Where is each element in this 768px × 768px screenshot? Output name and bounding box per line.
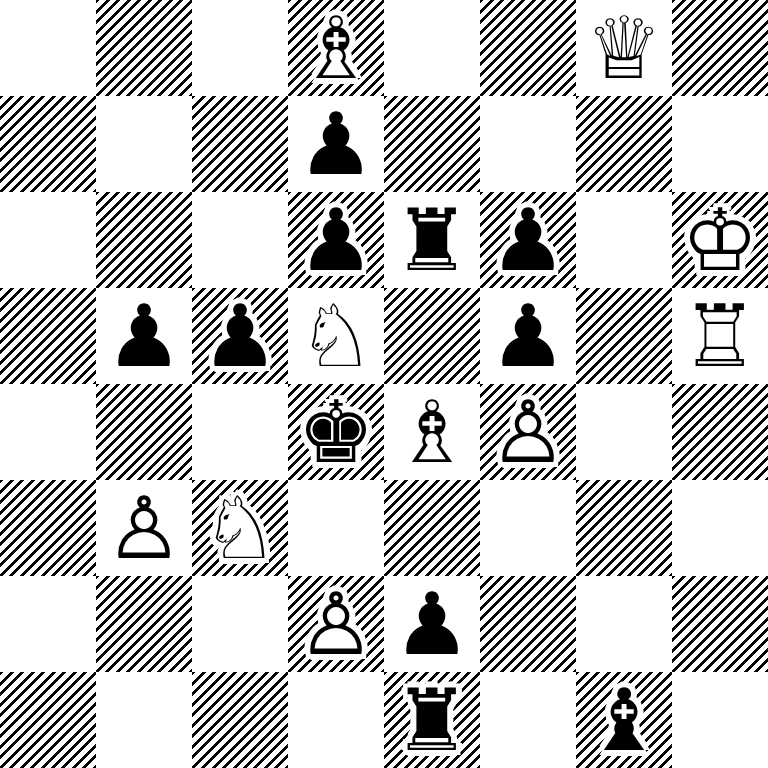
square-b6[interactable] (96, 192, 192, 288)
black-pawn[interactable]: ♟♟ (96, 288, 192, 384)
white-pawn[interactable]: ♟♙ (288, 576, 384, 672)
chess-board: ♝♗♛♕♟♟♟♟♜♜♟♟♚♔♟♟♟♟♞♘♟♟♜♖♚♚♝♗♟♙♟♙♞♘♟♙♟♟♜♜… (0, 0, 768, 768)
white-pawn[interactable]: ♟♙ (480, 384, 576, 480)
square-g7[interactable] (576, 96, 672, 192)
square-e2[interactable]: ♟♟ (384, 576, 480, 672)
square-d2[interactable]: ♟♙ (288, 576, 384, 672)
piece-face-glyph: ♜ (384, 192, 480, 288)
black-pawn[interactable]: ♟♟ (192, 288, 288, 384)
square-a8[interactable] (0, 0, 96, 96)
piece-face-glyph: ♗ (288, 0, 384, 96)
square-c2[interactable] (192, 576, 288, 672)
black-rook[interactable]: ♜♜ (384, 672, 480, 768)
square-d6[interactable]: ♟♟ (288, 192, 384, 288)
square-b2[interactable] (96, 576, 192, 672)
piece-face-glyph: ♗ (384, 384, 480, 480)
black-bishop[interactable]: ♝♝ (576, 672, 672, 768)
square-a7[interactable] (0, 96, 96, 192)
square-c4[interactable] (192, 384, 288, 480)
white-king[interactable]: ♚♔ (672, 192, 768, 288)
square-e1[interactable]: ♜♜ (384, 672, 480, 768)
square-a4[interactable] (0, 384, 96, 480)
black-pawn[interactable]: ♟♟ (288, 192, 384, 288)
square-g1[interactable]: ♝♝ (576, 672, 672, 768)
square-c7[interactable] (192, 96, 288, 192)
square-b8[interactable] (96, 0, 192, 96)
square-e6[interactable]: ♜♜ (384, 192, 480, 288)
square-h5[interactable]: ♜♖ (672, 288, 768, 384)
white-knight[interactable]: ♞♘ (288, 288, 384, 384)
square-e5[interactable] (384, 288, 480, 384)
square-d4[interactable]: ♚♚ (288, 384, 384, 480)
square-h8[interactable] (672, 0, 768, 96)
square-b3[interactable]: ♟♙ (96, 480, 192, 576)
piece-face-glyph: ♟ (480, 192, 576, 288)
black-king[interactable]: ♚♚ (288, 384, 384, 480)
piece-face-glyph: ♟ (384, 576, 480, 672)
square-f2[interactable] (480, 576, 576, 672)
piece-face-glyph: ♟ (288, 192, 384, 288)
square-g3[interactable] (576, 480, 672, 576)
piece-face-glyph: ♖ (672, 288, 768, 384)
piece-face-glyph: ♘ (288, 288, 384, 384)
square-f8[interactable] (480, 0, 576, 96)
square-c1[interactable] (192, 672, 288, 768)
piece-face-glyph: ♟ (192, 288, 288, 384)
square-a5[interactable] (0, 288, 96, 384)
square-h3[interactable] (672, 480, 768, 576)
piece-face-glyph: ♙ (480, 384, 576, 480)
square-a2[interactable] (0, 576, 96, 672)
square-e4[interactable]: ♝♗ (384, 384, 480, 480)
piece-face-glyph: ♘ (192, 480, 288, 576)
square-b7[interactable] (96, 96, 192, 192)
piece-face-glyph: ♜ (384, 672, 480, 768)
square-c5[interactable]: ♟♟ (192, 288, 288, 384)
square-h2[interactable] (672, 576, 768, 672)
square-h1[interactable] (672, 672, 768, 768)
square-h6[interactable]: ♚♔ (672, 192, 768, 288)
square-c6[interactable] (192, 192, 288, 288)
square-f4[interactable]: ♟♙ (480, 384, 576, 480)
black-pawn[interactable]: ♟♟ (384, 576, 480, 672)
black-pawn[interactable]: ♟♟ (288, 96, 384, 192)
square-g8[interactable]: ♛♕ (576, 0, 672, 96)
piece-face-glyph: ♔ (672, 192, 768, 288)
square-f1[interactable] (480, 672, 576, 768)
black-pawn[interactable]: ♟♟ (480, 288, 576, 384)
square-g4[interactable] (576, 384, 672, 480)
square-d5[interactable]: ♞♘ (288, 288, 384, 384)
square-d3[interactable] (288, 480, 384, 576)
black-pawn[interactable]: ♟♟ (480, 192, 576, 288)
square-b1[interactable] (96, 672, 192, 768)
square-f5[interactable]: ♟♟ (480, 288, 576, 384)
square-g6[interactable] (576, 192, 672, 288)
square-f6[interactable]: ♟♟ (480, 192, 576, 288)
white-bishop[interactable]: ♝♗ (288, 0, 384, 96)
square-d1[interactable] (288, 672, 384, 768)
square-d8[interactable]: ♝♗ (288, 0, 384, 96)
square-b4[interactable] (96, 384, 192, 480)
square-c3[interactable]: ♞♘ (192, 480, 288, 576)
piece-face-glyph: ♟ (288, 96, 384, 192)
piece-face-glyph: ♙ (288, 576, 384, 672)
white-knight[interactable]: ♞♘ (192, 480, 288, 576)
square-e3[interactable] (384, 480, 480, 576)
piece-face-glyph: ♚ (288, 384, 384, 480)
square-a6[interactable] (0, 192, 96, 288)
piece-face-glyph: ♝ (576, 672, 672, 768)
square-g5[interactable] (576, 288, 672, 384)
square-g2[interactable] (576, 576, 672, 672)
piece-face-glyph: ♕ (576, 0, 672, 96)
piece-face-glyph: ♟ (480, 288, 576, 384)
square-a1[interactable] (0, 672, 96, 768)
square-c8[interactable] (192, 0, 288, 96)
square-f3[interactable] (480, 480, 576, 576)
white-pawn[interactable]: ♟♙ (96, 480, 192, 576)
white-rook[interactable]: ♜♖ (672, 288, 768, 384)
piece-face-glyph: ♟ (96, 288, 192, 384)
piece-face-glyph: ♙ (96, 480, 192, 576)
black-rook[interactable]: ♜♜ (384, 192, 480, 288)
white-queen[interactable]: ♛♕ (576, 0, 672, 96)
white-bishop[interactable]: ♝♗ (384, 384, 480, 480)
square-h7[interactable] (672, 96, 768, 192)
square-e7[interactable] (384, 96, 480, 192)
square-d7[interactable]: ♟♟ (288, 96, 384, 192)
square-a3[interactable] (0, 480, 96, 576)
square-e8[interactable] (384, 0, 480, 96)
square-b5[interactable]: ♟♟ (96, 288, 192, 384)
square-h4[interactable] (672, 384, 768, 480)
square-f7[interactable] (480, 96, 576, 192)
